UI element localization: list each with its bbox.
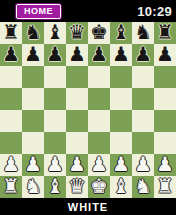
square-c8[interactable]: ♝: [44, 22, 66, 44]
piece-black-king: ♚: [90, 21, 108, 43]
square-b1[interactable]: ♞: [22, 176, 44, 198]
square-h5[interactable]: [154, 88, 176, 110]
piece-black-pawn: ♟: [24, 43, 42, 65]
phone-screen: HOME 10:29 ♜♞♝♛♚♝♞♜♟♟♟♟♟♟♟♟♟♟♟♟♟♟♟♟♜♞♝♛♚…: [0, 0, 176, 215]
piece-black-bishop: ♝: [46, 21, 64, 43]
piece-black-knight: ♞: [24, 21, 42, 43]
square-g8[interactable]: ♞: [132, 22, 154, 44]
square-c3[interactable]: [44, 132, 66, 154]
square-e2[interactable]: ♟: [88, 154, 110, 176]
square-g3[interactable]: [132, 132, 154, 154]
square-e7[interactable]: ♟: [88, 44, 110, 66]
square-e8[interactable]: ♚: [88, 22, 110, 44]
status-bar: WHITE: [0, 198, 176, 215]
piece-white-pawn: ♟: [24, 153, 42, 175]
square-c1[interactable]: ♝: [44, 176, 66, 198]
clock-time: 10:29: [137, 4, 172, 19]
side-to-move-label: WHITE: [68, 201, 108, 213]
square-f8[interactable]: ♝: [110, 22, 132, 44]
square-d2[interactable]: ♟: [66, 154, 88, 176]
square-f6[interactable]: [110, 66, 132, 88]
piece-white-king: ♚: [90, 175, 108, 197]
piece-black-queen: ♛: [68, 21, 86, 43]
square-a4[interactable]: [0, 110, 22, 132]
square-a8[interactable]: ♜: [0, 22, 22, 44]
piece-black-pawn: ♟: [112, 43, 130, 65]
piece-white-queen: ♛: [68, 175, 86, 197]
square-f1[interactable]: ♝: [110, 176, 132, 198]
piece-black-pawn: ♟: [90, 43, 108, 65]
piece-white-pawn: ♟: [112, 153, 130, 175]
square-a6[interactable]: [0, 66, 22, 88]
piece-black-pawn: ♟: [68, 43, 86, 65]
square-h1[interactable]: ♜: [154, 176, 176, 198]
square-b4[interactable]: [22, 110, 44, 132]
square-h4[interactable]: [154, 110, 176, 132]
square-d5[interactable]: [66, 88, 88, 110]
square-h2[interactable]: ♟: [154, 154, 176, 176]
piece-white-knight: ♞: [24, 175, 42, 197]
square-h6[interactable]: [154, 66, 176, 88]
square-b2[interactable]: ♟: [22, 154, 44, 176]
piece-black-rook: ♜: [2, 21, 20, 43]
square-f7[interactable]: ♟: [110, 44, 132, 66]
square-d4[interactable]: [66, 110, 88, 132]
piece-white-rook: ♜: [2, 175, 20, 197]
piece-white-pawn: ♟: [134, 153, 152, 175]
square-f2[interactable]: ♟: [110, 154, 132, 176]
square-d1[interactable]: ♛: [66, 176, 88, 198]
piece-white-pawn: ♟: [68, 153, 86, 175]
piece-black-pawn: ♟: [46, 43, 64, 65]
square-f5[interactable]: [110, 88, 132, 110]
square-g7[interactable]: ♟: [132, 44, 154, 66]
square-b3[interactable]: [22, 132, 44, 154]
piece-white-pawn: ♟: [90, 153, 108, 175]
square-c2[interactable]: ♟: [44, 154, 66, 176]
square-g1[interactable]: ♞: [132, 176, 154, 198]
square-e6[interactable]: [88, 66, 110, 88]
square-b8[interactable]: ♞: [22, 22, 44, 44]
piece-black-bishop: ♝: [112, 21, 130, 43]
square-h3[interactable]: [154, 132, 176, 154]
piece-white-bishop: ♝: [46, 175, 64, 197]
piece-white-pawn: ♟: [2, 153, 20, 175]
square-a2[interactable]: ♟: [0, 154, 22, 176]
square-c6[interactable]: [44, 66, 66, 88]
square-e3[interactable]: [88, 132, 110, 154]
piece-white-pawn: ♟: [46, 153, 64, 175]
square-d7[interactable]: ♟: [66, 44, 88, 66]
square-h8[interactable]: ♜: [154, 22, 176, 44]
piece-black-pawn: ♟: [156, 43, 174, 65]
square-d8[interactable]: ♛: [66, 22, 88, 44]
square-f3[interactable]: [110, 132, 132, 154]
square-c5[interactable]: [44, 88, 66, 110]
square-g6[interactable]: [132, 66, 154, 88]
piece-white-pawn: ♟: [156, 153, 174, 175]
square-a3[interactable]: [0, 132, 22, 154]
piece-black-rook: ♜: [156, 21, 174, 43]
square-a7[interactable]: ♟: [0, 44, 22, 66]
square-a1[interactable]: ♜: [0, 176, 22, 198]
square-c4[interactable]: [44, 110, 66, 132]
home-button[interactable]: HOME: [16, 4, 61, 19]
square-d3[interactable]: [66, 132, 88, 154]
square-g2[interactable]: ♟: [132, 154, 154, 176]
piece-black-pawn: ♟: [134, 43, 152, 65]
square-b6[interactable]: [22, 66, 44, 88]
square-a5[interactable]: [0, 88, 22, 110]
piece-black-knight: ♞: [134, 21, 152, 43]
square-d6[interactable]: [66, 66, 88, 88]
top-bar: HOME 10:29: [0, 0, 176, 22]
square-g5[interactable]: [132, 88, 154, 110]
square-e1[interactable]: ♚: [88, 176, 110, 198]
square-g4[interactable]: [132, 110, 154, 132]
square-b5[interactable]: [22, 88, 44, 110]
square-b7[interactable]: ♟: [22, 44, 44, 66]
square-c7[interactable]: ♟: [44, 44, 66, 66]
piece-black-pawn: ♟: [2, 43, 20, 65]
square-h7[interactable]: ♟: [154, 44, 176, 66]
piece-white-knight: ♞: [134, 175, 152, 197]
chess-board: ♜♞♝♛♚♝♞♜♟♟♟♟♟♟♟♟♟♟♟♟♟♟♟♟♜♞♝♛♚♝♞♜: [0, 22, 176, 198]
square-e4[interactable]: [88, 110, 110, 132]
square-e5[interactable]: [88, 88, 110, 110]
square-f4[interactable]: [110, 110, 132, 132]
piece-white-bishop: ♝: [112, 175, 130, 197]
piece-white-rook: ♜: [156, 175, 174, 197]
